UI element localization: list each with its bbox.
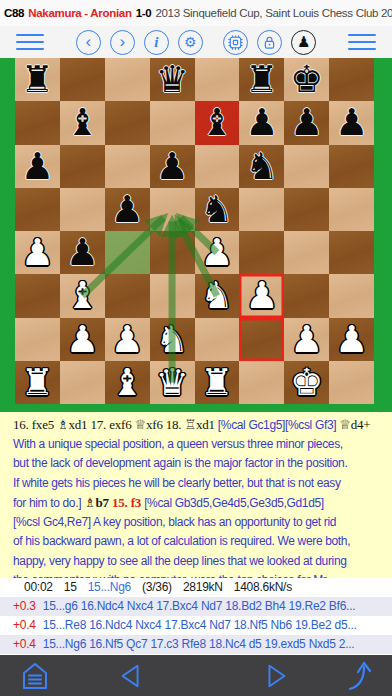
engine-button[interactable]	[223, 30, 248, 55]
square-f6[interactable]: ♞	[239, 145, 284, 188]
annotation-text: but the lack of development again is the…	[13, 456, 347, 470]
square-d2[interactable]: ♞	[150, 318, 195, 361]
notation-line-1: 16. fxe5 ♗xd1 17. exf6 ♕xf6 18. ♖xd1 [%c…	[13, 415, 392, 435]
current-move[interactable]: 15. f3	[112, 495, 144, 510]
side-to-move-indicator[interactable]: ♟	[291, 30, 316, 55]
triangle-right-icon	[261, 661, 291, 691]
next-move-button[interactable]: ›	[110, 30, 135, 55]
square-e1[interactable]: ♜	[195, 361, 240, 404]
white-queen-d1: ♛	[150, 361, 195, 404]
eco-code: C88	[4, 7, 24, 19]
square-d6[interactable]: ♟	[150, 145, 195, 188]
notation-line-7: of his backward pawn, a lot of calculati…	[13, 532, 392, 552]
square-b8[interactable]	[60, 58, 105, 101]
square-a8[interactable]: ♜	[15, 58, 60, 101]
square-a5[interactable]	[15, 188, 60, 231]
annotation-text: of his backward pawn, a lot of calculati…	[13, 534, 350, 548]
white-king-g1: ♚	[284, 361, 329, 404]
square-g7[interactable]: ♟	[284, 101, 329, 144]
notation-line-2: With a unique special position, a queen …	[13, 435, 392, 455]
bottom-toolbar	[0, 655, 392, 696]
square-c4[interactable]	[105, 231, 150, 274]
cpu-chip-icon	[225, 32, 246, 53]
black-king-g8: ♚	[284, 58, 329, 101]
lock-button[interactable]	[257, 30, 282, 55]
engine-status-row: 00:021515...Ng6(3/36)2819kN1408.6kN/s	[0, 578, 392, 597]
square-b2[interactable]: ♟	[60, 318, 105, 361]
white-pawn-b2: ♟	[60, 318, 105, 361]
variation-moves: 15...g6 16.Ndc4 Nxc4 17.Bxc4 Nd7 18.Bd2 …	[43, 599, 356, 613]
square-c5[interactable]: ♟	[105, 188, 150, 231]
annotation-text: [%cal Gc1g5][%csl Gf3]	[218, 418, 339, 432]
square-a1[interactable]: ♜	[15, 361, 60, 404]
white-pawn-c2: ♟	[105, 318, 150, 361]
square-a2[interactable]	[15, 318, 60, 361]
notation-line-5: for him to do.] ♗b7 15. f3 [%cal Gb3d5,G…	[13, 493, 392, 513]
black-pawn-g7: ♟	[284, 101, 329, 144]
notation-line-8: happy, very happy to see all the deep li…	[13, 552, 392, 572]
square-d8[interactable]: ♛	[150, 58, 195, 101]
board-area: ♜♛♜♚♝♝♟♟♟♟♟♞♟♞♟♟♟♝♞♟♟♟♞♟♟♜♝♛♜♚	[0, 58, 392, 412]
chevron-right-icon: ›	[119, 33, 125, 50]
black-pawn-b4: ♟	[60, 231, 105, 274]
move-text[interactable]: ♗b7	[84, 495, 112, 510]
white-pawn-g2: ♟	[284, 318, 329, 361]
prev-move-button[interactable]: ‹	[76, 30, 101, 55]
engine-line-3[interactable]: +0.415...Ng6 16.Nf5 Qc7 17.c3 Rfe8 18.Nc…	[0, 635, 392, 654]
square-e3[interactable]: ♞	[195, 274, 240, 317]
black-rook-f8: ♜	[239, 58, 284, 101]
white-knight-d2: ♞	[150, 318, 195, 361]
square-g8[interactable]: ♚	[284, 58, 329, 101]
notation-line-3: but the lack of development again is the…	[13, 454, 392, 474]
square-a6[interactable]: ♟	[15, 145, 60, 188]
square-f4[interactable]	[239, 231, 284, 274]
white-pawn-e4: ♟	[195, 231, 240, 274]
square-e5[interactable]: ♞	[195, 188, 240, 231]
square-h8[interactable]	[329, 58, 374, 101]
engine-lines: +0.315...g6 16.Ndc4 Nxc4 17.Bxc4 Nd7 18.…	[0, 597, 392, 654]
move-text[interactable]: 16. fxe5 ♗xd1 17. exf6 ♕xf6 18. ♖xd1	[13, 417, 218, 432]
info-button[interactable]: i	[144, 30, 169, 55]
square-c3[interactable]	[105, 274, 150, 317]
result: 1-0	[136, 7, 152, 19]
square-b1[interactable]	[60, 361, 105, 404]
square-h2[interactable]: ♟	[329, 318, 374, 361]
engine-panel: 00:021515...Ng6(3/36)2819kN1408.6kN/s +0…	[0, 578, 392, 655]
move-list-icon	[18, 660, 52, 692]
black-pawn-icon: ♟	[297, 35, 310, 50]
black-rook-a8: ♜	[15, 58, 60, 101]
curved-up-arrow-icon	[342, 659, 374, 693]
players: Nakamura - Aronian	[28, 7, 131, 19]
forward-button[interactable]	[261, 661, 291, 691]
board[interactable]: ♜♛♜♚♝♝♟♟♟♟♟♞♟♞♟♟♟♝♞♟♟♟♞♟♟♜♝♛♜♚	[15, 58, 374, 404]
black-knight-e5: ♞	[195, 188, 240, 231]
top-toolbar: ‹ › i ⚙ ♟	[0, 26, 392, 58]
square-c1[interactable]: ♝	[105, 361, 150, 404]
black-knight-f6: ♞	[239, 145, 284, 188]
white-pawn-f3: ♟	[239, 274, 284, 317]
square-a7[interactable]	[15, 101, 60, 144]
square-h7[interactable]: ♟	[329, 101, 374, 144]
menu-right-icon[interactable]	[348, 34, 376, 50]
square-g2[interactable]: ♟	[284, 318, 329, 361]
engine-depth: 15	[64, 580, 77, 594]
variation-moves: 15...Re8 16.Ndc4 Nxc4 17.Bxc4 Nd7 18.Nf5…	[43, 618, 357, 632]
square-d5[interactable]	[150, 188, 195, 231]
square-d3[interactable]	[150, 274, 195, 317]
engine-line-1[interactable]: +0.315...g6 16.Ndc4 Nxc4 17.Bxc4 Nd7 18.…	[0, 597, 392, 616]
square-e6[interactable]	[195, 145, 240, 188]
annotation-text: [%csl Gc4,Re7] A key position, black has…	[13, 515, 336, 529]
square-h3[interactable]	[329, 274, 374, 317]
square-c2[interactable]: ♟	[105, 318, 150, 361]
square-g1[interactable]: ♚	[284, 361, 329, 404]
annotation-text: happy, very happy to see all the deep li…	[13, 554, 347, 568]
black-bishop-b7: ♝	[60, 101, 105, 144]
black-pawn-f7: ♟	[239, 101, 284, 144]
square-d4[interactable]	[150, 231, 195, 274]
square-h4[interactable]	[329, 231, 374, 274]
black-pawn-a6: ♟	[15, 145, 60, 188]
eval-score: +0.4	[13, 637, 36, 651]
square-c7[interactable]	[105, 101, 150, 144]
tools-button[interactable]: ⚙	[178, 30, 203, 55]
square-f2[interactable]	[239, 318, 284, 361]
lock-icon	[259, 32, 280, 53]
wrench-icon: ⚙	[184, 34, 197, 50]
white-knight-e3: ♞	[195, 274, 240, 317]
eval-score: +0.4	[13, 618, 36, 632]
game-header: C88 Nakamura - Aronian 1-0 2013 Sinquefi…	[0, 0, 392, 26]
square-f3[interactable]: ♟	[239, 274, 284, 317]
black-pawn-c5: ♟	[105, 188, 150, 231]
white-rook-e1: ♜	[195, 361, 240, 404]
chevron-left-icon: ‹	[85, 33, 91, 50]
white-bishop-b3: ♝	[60, 274, 105, 317]
event-name: 2013 Sinquefield Cup, Saint Louis Chess …	[155, 7, 392, 19]
square-b6[interactable]	[60, 145, 105, 188]
notation-line-9: the commentary; with no computer, were t…	[13, 571, 392, 578]
square-h1[interactable]	[329, 361, 374, 404]
annotation-text: If white gets his pieces he will be clea…	[13, 476, 341, 490]
engine-current-move: 15...Ng6	[88, 580, 131, 594]
square-e8[interactable]	[195, 58, 240, 101]
black-pawn-h7: ♟	[329, 101, 374, 144]
info-icon: i	[154, 34, 158, 51]
notation-list-button[interactable]	[18, 660, 52, 692]
square-a4[interactable]: ♟	[15, 231, 60, 274]
engine-progress: (3/36)	[142, 580, 172, 594]
black-pawn-d6: ♟	[150, 145, 195, 188]
jump-button[interactable]	[342, 659, 374, 693]
back-button[interactable]	[116, 661, 146, 691]
square-h6[interactable]	[329, 145, 374, 188]
black-bishop-e7: ♝	[195, 101, 240, 144]
square-b4[interactable]: ♟	[60, 231, 105, 274]
annotation-text: for him to do.]	[13, 496, 84, 510]
white-rook-a1: ♜	[15, 361, 60, 404]
move-text[interactable]: ♕d4+	[339, 417, 370, 432]
square-c8[interactable]	[105, 58, 150, 101]
engine-speed: 1408.6kN/s	[234, 580, 292, 594]
variation-moves: 15...Ng6 16.Nf5 Qc7 17.c3 Rfe8 18.Nc4 d5…	[43, 637, 355, 651]
annotation-text: [%cal Gb3d5,Ge4d5,Ge3d5,Gd1d5]	[144, 496, 324, 510]
square-c6[interactable]	[105, 145, 150, 188]
triangle-left-icon	[116, 661, 146, 691]
square-e2[interactable]	[195, 318, 240, 361]
square-b5[interactable]	[60, 188, 105, 231]
square-f5[interactable]	[239, 188, 284, 231]
white-pawn-h2: ♟	[329, 318, 374, 361]
square-g5[interactable]	[284, 188, 329, 231]
square-b3[interactable]: ♝	[60, 274, 105, 317]
annotation-text: With a unique special position, a queen …	[13, 437, 343, 451]
engine-nodes: 2819kN	[183, 580, 223, 594]
square-b7[interactable]: ♝	[60, 101, 105, 144]
square-e7[interactable]: ♝	[195, 101, 240, 144]
black-queen-d8: ♛	[150, 58, 195, 101]
square-g3[interactable]	[284, 274, 329, 317]
notation-line-4: If white gets his pieces he will be clea…	[13, 474, 392, 494]
notation-panel[interactable]: 16. fxe5 ♗xd1 17. exf6 ♕xf6 18. ♖xd1 [%c…	[0, 412, 392, 578]
square-g6[interactable]	[284, 145, 329, 188]
square-h5[interactable]	[329, 188, 374, 231]
eval-score: +0.3	[13, 599, 36, 613]
square-f8[interactable]: ♜	[239, 58, 284, 101]
square-e4[interactable]: ♟	[195, 231, 240, 274]
square-d7[interactable]	[150, 101, 195, 144]
square-f7[interactable]: ♟	[239, 101, 284, 144]
notation-line-6: [%csl Gc4,Re7] A key position, black has…	[13, 513, 392, 533]
square-a3[interactable]	[15, 274, 60, 317]
white-bishop-c1: ♝	[105, 361, 150, 404]
engine-line-2[interactable]: +0.415...Re8 16.Ndc4 Nxc4 17.Bxc4 Nd7 18…	[0, 616, 392, 635]
white-pawn-a4: ♟	[15, 231, 60, 274]
menu-icon[interactable]	[16, 34, 44, 50]
square-g4[interactable]	[284, 231, 329, 274]
square-f1[interactable]	[239, 361, 284, 404]
engine-time: 00:02	[24, 580, 53, 594]
square-d1[interactable]: ♛	[150, 361, 195, 404]
